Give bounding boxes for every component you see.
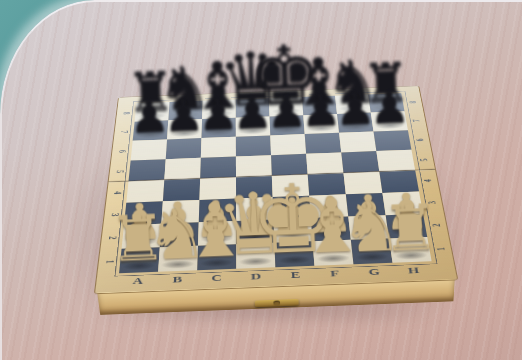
rank-label-text: 5: [417, 158, 428, 161]
file-label-f: F: [314, 264, 355, 284]
square-g7[interactable]: ♟: [337, 113, 373, 133]
square-g5[interactable]: [341, 151, 379, 173]
file-label-text: H: [407, 265, 420, 275]
file-label-text: C: [211, 273, 221, 283]
file-label-b: B: [157, 270, 197, 291]
board-grid: 8♜♞♝♛♚♝♞♜87♟♟♟♟♟♟♟♟7665544332♟♟♟♟♟♟♟♟21♜…: [95, 86, 457, 293]
piece-white-bishop-f1[interactable]: ♝: [297, 191, 367, 262]
square-b5[interactable]: [164, 158, 200, 180]
rank-label-right-6: 6: [408, 130, 431, 150]
file-label-h: H: [393, 261, 435, 281]
rank-label-left-5: 5: [109, 161, 131, 182]
square-a6[interactable]: [131, 139, 167, 160]
file-label-text: F: [330, 268, 340, 277]
chess-board: 8♜♞♝♛♚♝♞♜87♟♟♟♟♟♟♟♟7665544332♟♟♟♟♟♟♟♟21♜…: [95, 86, 457, 293]
rank-label-text: 6: [414, 138, 425, 141]
file-label-text: D: [251, 271, 261, 281]
square-e6[interactable]: [270, 134, 306, 155]
piece-white-rook-a1[interactable]: ♜: [109, 209, 167, 269]
square-f7[interactable]: ♟: [303, 114, 339, 134]
piece-black-pawn-h7[interactable]: ♟: [369, 86, 411, 129]
rank-label-text: 7: [119, 130, 130, 133]
square-c7[interactable]: ♟: [201, 118, 235, 138]
photo-canvas: 8♜♞♝♛♚♝♞♜87♟♟♟♟♟♟♟♟7665544332♟♟♟♟♟♟♟♟21♜…: [0, 0, 522, 360]
piece-white-bishop-c1[interactable]: ♝: [181, 195, 251, 266]
square-h7[interactable]: ♟: [371, 111, 408, 131]
square-c1[interactable]: ♝: [197, 244, 236, 270]
file-label-c: C: [197, 269, 237, 290]
square-h5[interactable]: [376, 150, 415, 172]
chess-board-scene: 8♜♞♝♛♚♝♞♜87♟♟♟♟♟♟♟♟7665544332♟♟♟♟♟♟♟♟21♜…: [0, 0, 522, 360]
file-label-a: A: [117, 272, 158, 293]
square-a5[interactable]: [129, 159, 166, 181]
file-label-text: E: [290, 270, 300, 279]
square-b7[interactable]: ♟: [167, 119, 202, 139]
square-h1[interactable]: ♜: [389, 237, 432, 263]
file-label-d: D: [236, 267, 276, 288]
rank-label-text: 7: [410, 119, 421, 122]
rank-label-text: 5: [114, 170, 125, 173]
rank-label-left-6: 6: [111, 141, 133, 162]
square-f1[interactable]: ♝: [313, 240, 354, 266]
file-label-text: B: [172, 274, 182, 284]
rank-label-text: 8: [121, 111, 131, 114]
square-d7[interactable]: ♟: [236, 116, 270, 136]
piece-white-rook-h1[interactable]: ♜: [381, 199, 439, 259]
file-label-g: G: [353, 263, 395, 283]
rank-label-text: 6: [117, 150, 128, 153]
square-g6[interactable]: [339, 131, 376, 152]
clasp-icon: [255, 299, 299, 307]
file-label-e: E: [275, 266, 315, 287]
square-f6[interactable]: [305, 133, 342, 154]
border-corner-right: [432, 261, 458, 281]
square-a1[interactable]: ♜: [119, 247, 160, 273]
rank-label-right-5: 5: [411, 149, 435, 170]
file-label-text: G: [368, 267, 380, 277]
square-d6[interactable]: [236, 135, 271, 156]
square-c6[interactable]: [201, 137, 236, 158]
file-label-text: A: [132, 276, 143, 286]
square-e7[interactable]: ♟: [270, 115, 305, 135]
rank-label-text: 8: [407, 101, 418, 104]
border-corner-left: [95, 273, 119, 293]
square-b6[interactable]: [166, 138, 202, 159]
square-h6[interactable]: [374, 130, 412, 151]
